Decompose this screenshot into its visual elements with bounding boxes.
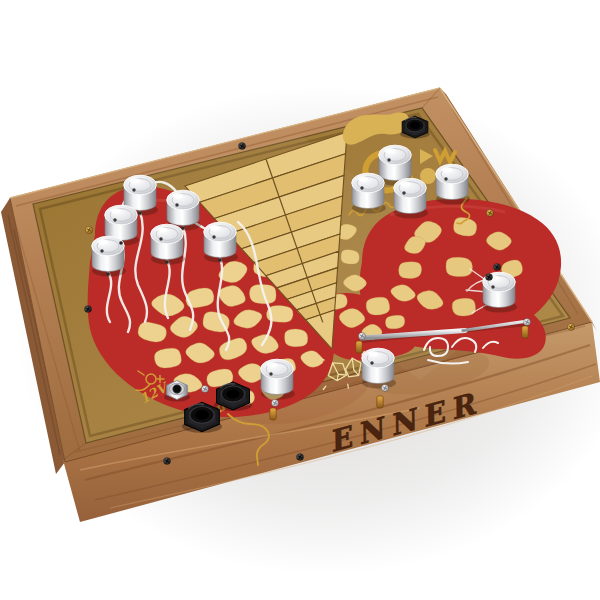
- brass-standoff: [522, 326, 528, 338]
- knob-base-screw: [119, 241, 123, 245]
- screw: [201, 385, 208, 392]
- screw: [84, 305, 91, 312]
- knob-base-screw: [165, 260, 169, 264]
- knob-indicator-dot: [113, 218, 116, 221]
- knob-indicator-dot: [100, 249, 103, 252]
- screw: [567, 323, 574, 330]
- knob-center-bottom[interactable]: [362, 348, 396, 388]
- screw: [163, 457, 170, 464]
- right-touch-pad[interactable]: [451, 297, 476, 317]
- knob-base-screw: [218, 258, 222, 262]
- knob-indicator-dot: [444, 177, 447, 180]
- brass-standoff: [356, 341, 362, 353]
- screw: [85, 226, 92, 233]
- knob-base-screw: [106, 272, 110, 276]
- knob-base-screw: [181, 226, 185, 230]
- knob-indicator-dot: [491, 285, 494, 288]
- knob-indicator-dot: [132, 188, 135, 191]
- screw: [493, 263, 500, 270]
- knob-indicator-dot: [370, 361, 373, 364]
- knob-indicator-dot: [269, 372, 272, 375]
- brass-standoff: [270, 408, 276, 420]
- screw: [486, 209, 493, 216]
- knob-bottom-left[interactable]: [261, 359, 295, 399]
- screw: [381, 384, 388, 391]
- knob-indicator-dot: [212, 235, 215, 238]
- knob-indicator-dot: [360, 186, 363, 189]
- knob-mixer-right[interactable]: [436, 164, 470, 204]
- knob-mixer-left[interactable]: [352, 173, 386, 213]
- product-photo: ENNER: [0, 0, 600, 600]
- brass-standoff: [377, 396, 383, 408]
- knob-mixer-mid[interactable]: [394, 178, 428, 218]
- screw: [485, 273, 492, 280]
- screw: [271, 399, 278, 406]
- right-touch-pad[interactable]: [446, 257, 473, 276]
- knob-left-5[interactable]: [151, 224, 185, 264]
- knob-indicator-dot: [175, 203, 178, 206]
- knob-indicator-dot: [159, 237, 162, 240]
- screw: [296, 453, 303, 460]
- screw: [358, 332, 365, 339]
- knob-left-6[interactable]: [204, 222, 238, 262]
- knob-base-screw: [138, 211, 142, 215]
- left-touch-pad[interactable]: [285, 329, 308, 347]
- right-touch-pad[interactable]: [399, 262, 422, 279]
- knob-indicator-dot: [402, 191, 405, 194]
- screw: [523, 318, 530, 325]
- knob-indicator-dot: [387, 158, 390, 161]
- screw: [238, 142, 245, 149]
